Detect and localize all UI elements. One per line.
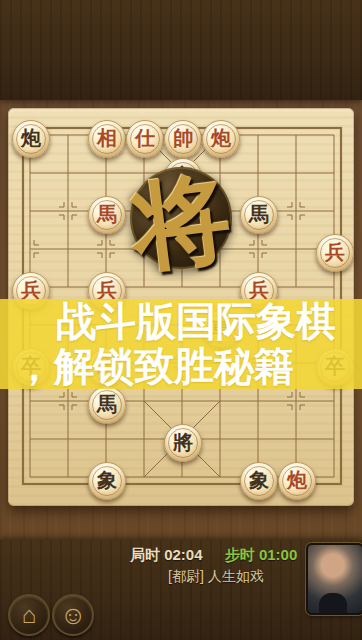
bottom-game-time: 02:04 bbox=[164, 546, 202, 563]
piece-character: 馬 bbox=[97, 394, 117, 414]
piece-red-兵[interactable]: 兵 bbox=[316, 234, 354, 272]
top-player-bar bbox=[0, 0, 362, 100]
bottom-step-time-label: 步时 bbox=[225, 546, 255, 563]
emote-chat-button[interactable]: ☺ bbox=[52, 594, 94, 636]
banner-line1: 战斗版国际象棋 bbox=[0, 299, 362, 344]
piece-character: 炮 bbox=[287, 470, 307, 490]
app-screen: 炮相仕帥炮卒馬馬兵兵兵兵車卒馬卒馬將象象炮 将 战斗版国际象棋 ，解锁致胜秘籍 … bbox=[0, 0, 362, 640]
piece-character: 兵 bbox=[97, 280, 117, 300]
piece-character: 炮 bbox=[21, 128, 41, 148]
piece-red-帥[interactable]: 帥 bbox=[164, 120, 202, 158]
piece-black-馬[interactable]: 馬 bbox=[88, 386, 126, 424]
bottom-step-time: 01:00 bbox=[259, 546, 297, 563]
piece-character: 馬 bbox=[249, 204, 269, 224]
app-logo: 将 bbox=[130, 167, 232, 269]
piece-character: 馬 bbox=[97, 204, 117, 224]
piece-character: 兵 bbox=[325, 242, 345, 262]
piece-red-馬[interactable]: 馬 bbox=[88, 196, 126, 234]
piece-red-炮[interactable]: 炮 bbox=[278, 462, 316, 500]
piece-black-將[interactable]: 將 bbox=[164, 424, 202, 462]
piece-black-馬[interactable]: 馬 bbox=[240, 196, 278, 234]
logo-character: 将 bbox=[125, 152, 238, 295]
promo-banner[interactable]: 战斗版国际象棋 ，解锁致胜秘籍 bbox=[0, 299, 362, 389]
piece-character: 相 bbox=[97, 128, 117, 148]
bottom-player-avatar[interactable] bbox=[306, 543, 362, 615]
smiley-icon: ☺ bbox=[60, 602, 87, 628]
piece-character: 仕 bbox=[135, 128, 155, 148]
piece-black-炮[interactable]: 炮 bbox=[12, 120, 50, 158]
piece-red-相[interactable]: 相 bbox=[88, 120, 126, 158]
piece-character: 炮 bbox=[211, 128, 231, 148]
piece-character: 帥 bbox=[173, 128, 193, 148]
bottom-player-name: [都尉] 人生如戏 bbox=[168, 568, 264, 586]
piece-character: 兵 bbox=[249, 280, 269, 300]
piece-character: 兵 bbox=[21, 280, 41, 300]
home-icon: ⌂ bbox=[22, 601, 37, 629]
home-button[interactable]: ⌂ bbox=[8, 594, 50, 636]
piece-character: 將 bbox=[173, 432, 193, 452]
piece-black-象[interactable]: 象 bbox=[240, 462, 278, 500]
piece-red-仕[interactable]: 仕 bbox=[126, 120, 164, 158]
bottom-player-clocks: 局时 02:04 步时 01:00 bbox=[130, 546, 297, 565]
piece-character: 象 bbox=[249, 470, 269, 490]
piece-black-象[interactable]: 象 bbox=[88, 462, 126, 500]
bottom-game-time-label: 局时 bbox=[130, 546, 160, 563]
piece-character: 象 bbox=[97, 470, 117, 490]
banner-line2: ，解锁致胜秘籍 bbox=[0, 344, 362, 389]
